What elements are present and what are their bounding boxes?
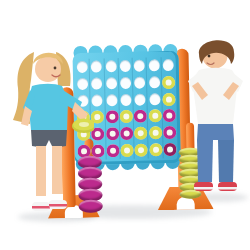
yellow-green-disc [120,144,133,157]
board-cell-r6c6 [149,141,164,158]
yellow-green-disc [120,110,133,123]
board-cell-r4c5 [134,108,149,125]
board-cell-r6c3 [106,142,121,159]
girl-legs [35,146,63,202]
board-cell-r2c5 [133,74,148,91]
magenta-disc [163,109,176,122]
board-cell-r5c6 [148,125,163,142]
empty-hole [120,94,131,106]
board-cell-r1c4 [118,58,133,75]
yellow-green-disc [148,110,161,123]
girl-held-disc [72,119,94,134]
yellow-green-disc [163,93,176,106]
yellow-green-disc [149,126,162,139]
board-cell-r2c4 [119,75,134,92]
board-cell-r1c5 [133,58,148,75]
board-cell-r5c4 [120,125,135,142]
magenta-disc [105,111,118,124]
empty-hole [106,77,117,89]
board-cell-r5c5 [134,125,149,142]
empty-hole [135,94,146,106]
yellow-green-disc [162,76,175,89]
empty-hole [120,77,131,89]
yellow-green-disc [135,144,148,157]
board-cell-r6c5 [134,142,149,159]
board-cell-r4c7 [162,107,177,124]
board-cell-r3c6 [148,91,163,108]
empty-hole [134,60,145,72]
empty-hole [149,77,160,89]
empty-hole [163,59,174,71]
board-cell-r2c7 [162,74,177,91]
board-cell-r4c6 [148,108,163,125]
magenta-disc [106,144,119,157]
board-cell-r5c7 [163,124,178,141]
empty-hole [120,60,131,72]
board-cell-r3c3 [105,92,120,109]
boy-jeans [197,124,234,182]
board-cell-r4c4 [119,108,134,125]
magenta-disc [120,127,133,140]
boy-shoes [194,182,237,191]
boy-torso [188,68,243,124]
magenta-disc [134,110,147,123]
magenta-disc [106,127,119,140]
board-cell-r1c3 [104,58,119,75]
empty-hole [106,94,117,106]
girl-player [4,42,94,218]
board-cell-r1c7 [161,57,176,74]
empty-hole [134,77,145,89]
magenta-dark-disc [164,143,177,156]
board-cell-r2c6 [147,74,162,91]
board-cell-r4c3 [105,109,120,126]
board-cell-r3c4 [119,91,134,108]
empty-hole [148,60,159,72]
board-cell-r6c7 [163,141,178,158]
boy-head [199,40,234,68]
yellow-green-disc [149,143,162,156]
empty-hole [105,61,116,73]
product-photo-scene [0,0,250,250]
girl-shorts [31,130,67,148]
magenta-disc [163,126,176,139]
empty-hole [149,93,160,105]
board-cell-r6c4 [120,142,135,159]
board-cell-r2c3 [105,75,120,92]
boy-player [182,34,250,198]
yellow-green-disc [134,127,147,140]
board-cell-r1c6 [147,57,162,74]
board-cell-r3c5 [133,91,148,108]
board-cell-r5c3 [106,125,121,142]
board-cell-r3c7 [162,91,177,108]
